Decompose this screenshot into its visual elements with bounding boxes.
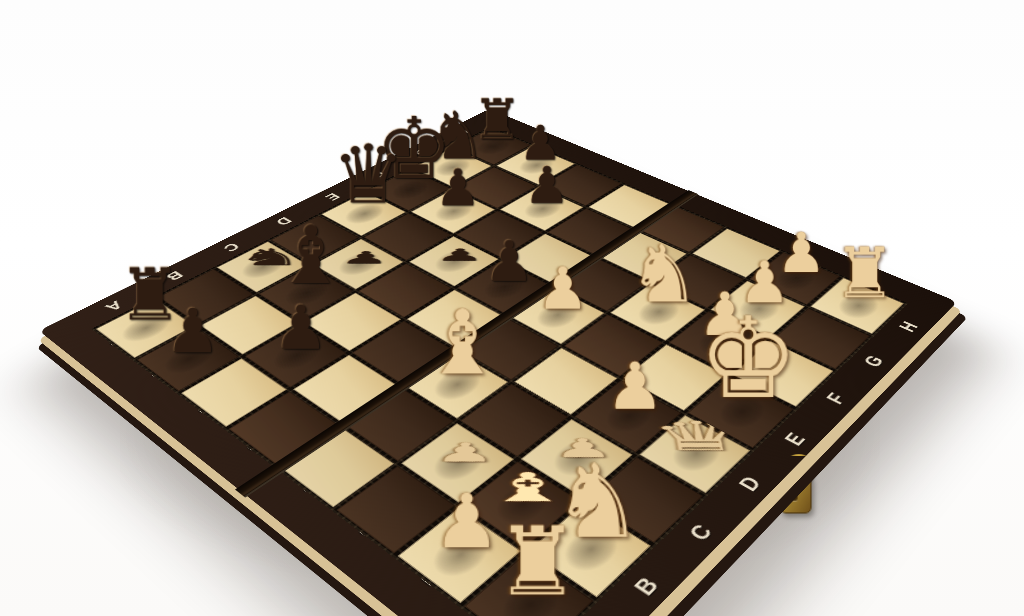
- piece-white-pawn-d2[interactable]: ♟: [606, 354, 664, 419]
- clasp-keyhole-icon: [792, 489, 798, 501]
- piece-white-pawn-b3[interactable]: ♟: [434, 439, 496, 465]
- coord-label-G: G: [844, 339, 902, 385]
- piece-white-rook-h1[interactable]: ♜: [834, 239, 896, 308]
- photo-scene: ABCDEFGH ABCDEFGH 87654321 87654321 ♜♞♛♚…: [0, 0, 1024, 616]
- piece-black-pawn-a7[interactable]: ♟: [166, 301, 221, 362]
- piece-black-bishop-c7[interactable]: ♝: [275, 216, 347, 296]
- piece-white-pawn-a2[interactable]: ♟: [433, 484, 500, 559]
- piece-black-pawn-d7[interactable]: ♟: [339, 249, 391, 266]
- piece-white-knight-f3[interactable]: ♞: [629, 235, 701, 315]
- piece-black-pawn-e5[interactable]: ♟: [484, 233, 534, 289]
- piece-black-pawn-e6[interactable]: ♟: [435, 247, 484, 264]
- piece-white-pawn-e4[interactable]: ♟: [537, 260, 589, 318]
- piece-white-bishop-c4[interactable]: ♝: [423, 299, 503, 388]
- piece-black-pawn-b6[interactable]: ♟: [274, 297, 329, 358]
- piece-black-pawn-g6[interactable]: ♟: [524, 160, 569, 211]
- piece-black-pawn-f7[interactable]: ♟: [435, 162, 481, 213]
- piece-white-rook-a1[interactable]: ♜: [495, 515, 580, 610]
- piece-black-queen-e8[interactable]: ♛: [332, 135, 405, 216]
- piece-white-king-e1[interactable]: ♚: [698, 303, 798, 415]
